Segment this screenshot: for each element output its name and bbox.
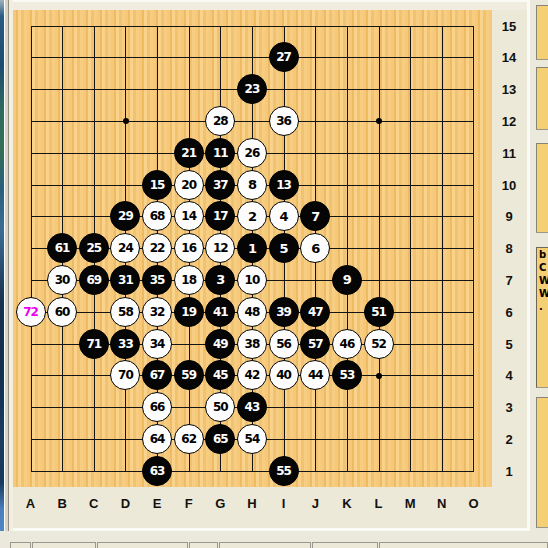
status-bar-cell-2 [32,542,96,548]
stone-18-f7: 18 [174,265,204,295]
stone-29-d9: 29 [110,201,140,231]
stone-36-i12: 36 [269,106,299,136]
stone-27-i14: 27 [269,42,299,72]
grid-horizontal-line [31,57,475,58]
stone-13-i10: 13 [269,170,299,200]
stone-7-j9: 7 [300,201,330,231]
stone-70-d4: 70 [110,360,140,390]
column-label-g: G [215,496,225,511]
sidebar-panel-fragment-2[interactable] [536,67,548,130]
stone-53-k4: 53 [332,360,362,390]
status-bar-cell-7 [379,542,548,548]
row-label-11: 11 [502,145,516,160]
sidebar-text-line: W [537,274,548,287]
stone-63-e1: 63 [142,456,172,486]
stone-14-f9: 14 [174,201,204,231]
stone-8-h10: 8 [237,170,267,200]
column-label-n: N [437,496,446,511]
stone-66-e3: 66 [142,392,172,422]
column-label-k: K [342,496,351,511]
status-bar-cell-1 [10,542,31,548]
stone-10-h7: 10 [237,265,267,295]
stone-41-g6: 41 [205,297,235,327]
stone-25-c8: 25 [79,233,109,263]
column-label-i: I [282,496,286,511]
status-bar [0,531,548,548]
stone-49-g5: 49 [205,329,235,359]
row-label-9: 9 [505,209,512,224]
grid-horizontal-line [31,26,475,27]
stone-30-b7: 30 [47,265,77,295]
column-label-d: D [121,496,130,511]
column-label-c: C [89,496,98,511]
stone-6-j8: 6 [300,233,330,263]
stone-62-f2: 62 [174,424,204,454]
stone-42-h4: 42 [237,360,267,390]
column-label-m: M [405,496,416,511]
stone-54-h2: 54 [237,424,267,454]
stone-47-j6: 47 [300,297,330,327]
stone-17-g9: 17 [205,201,235,231]
stone-46-k5: 46 [332,329,362,359]
stone-38-h5: 38 [237,329,267,359]
stone-26-h11: 26 [237,138,267,168]
column-label-a: A [26,496,35,511]
row-label-2: 2 [505,431,512,446]
stone-9-k7: 9 [332,265,362,295]
stone-67-e4: 67 [142,360,172,390]
sidebar-panel-fragment-4[interactable] [536,397,548,528]
stone-57-j5: 57 [300,329,330,359]
stone-12-g8: 12 [205,233,235,263]
stone-44-j4: 44 [300,360,330,390]
column-label-f: F [185,496,193,511]
stone-40-i4: 40 [269,360,299,390]
panel-highlight-right [527,0,530,531]
stone-72-a6: 72 [16,297,46,327]
stone-52-l5: 52 [364,329,394,359]
row-label-12: 12 [502,113,516,128]
stone-23-h13: 23 [237,74,267,104]
stone-33-d5: 33 [110,329,140,359]
sidebar-text-line: . [537,300,548,313]
row-label-13: 13 [502,82,516,97]
column-label-h: H [247,496,256,511]
stone-2-h9: 2 [237,201,267,231]
row-label-4: 4 [505,368,512,383]
hoshi-point [376,118,382,124]
board-panel: 1234567891011121314151617181920212223242… [13,0,530,531]
sidebar-text-line: C [537,261,548,274]
grid-horizontal-line [31,471,475,472]
board-margin-top [13,0,530,10]
sidebar-text-line: W [537,287,548,300]
stone-61-b8: 61 [47,233,77,263]
stone-22-e8: 22 [142,233,172,263]
sidebar-panel-fragment-3[interactable] [536,143,548,233]
stone-11-g11: 11 [205,138,235,168]
status-bar-cell-6 [312,542,378,548]
row-label-3: 3 [505,400,512,415]
sidebar-text-line: b [537,248,548,261]
stone-16-f8: 16 [174,233,204,263]
stone-50-g3: 50 [205,392,235,422]
stone-59-f4: 59 [174,360,204,390]
stone-15-e10: 15 [142,170,172,200]
row-label-6: 6 [505,304,512,319]
stone-31-d7: 31 [110,265,140,295]
column-label-j: J [312,496,319,511]
stone-28-g12: 28 [205,106,235,136]
status-bar-cell-4 [189,542,218,548]
stone-58-d6: 58 [110,297,140,327]
stone-55-i1: 55 [269,456,299,486]
stone-19-f6: 19 [174,297,204,327]
screenshot-root: 1234567891011121314151617181920212223242… [0,0,548,548]
stone-71-c5: 71 [79,329,109,359]
sidebar-panel-fragment-1[interactable] [536,5,548,60]
stone-32-e6: 32 [142,297,172,327]
row-label-1: 1 [505,463,512,478]
stone-39-i6: 39 [269,297,299,327]
stone-56-i5: 56 [269,329,299,359]
column-label-l: L [375,496,383,511]
column-label-o: O [468,496,478,511]
status-bar-cell-3 [97,542,188,548]
column-label-e: E [153,496,162,511]
stone-60-b6: 60 [47,297,77,327]
stone-64-e2: 64 [142,424,172,454]
goban[interactable]: 1234567891011121314151617181920212223242… [13,10,492,487]
row-label-8: 8 [505,241,512,256]
stone-5-i8: 5 [269,233,299,263]
stone-69-c7: 69 [79,265,109,295]
stone-45-g4: 45 [205,360,235,390]
stone-43-h3: 43 [237,392,267,422]
stone-24-d8: 24 [110,233,140,263]
stone-34-e5: 34 [142,329,172,359]
window-left-border [4,0,13,548]
stone-35-e7: 35 [142,265,172,295]
row-label-14: 14 [502,50,516,65]
status-bar-cell-5 [219,542,311,548]
stone-51-l6: 51 [364,297,394,327]
row-label-7: 7 [505,272,512,287]
grid-horizontal-line [31,121,475,122]
row-label-10: 10 [502,177,516,192]
hoshi-point [123,118,129,124]
column-label-b: B [57,496,66,511]
row-label-5: 5 [505,336,512,351]
hoshi-point [376,373,382,379]
stone-21-f11: 21 [174,138,204,168]
stone-65-g2: 65 [205,424,235,454]
stone-4-i9: 4 [269,201,299,231]
stone-48-h6: 48 [237,297,267,327]
stone-1-h8: 1 [237,233,267,263]
sidebar-textbox-fragment: bCWW. [536,247,548,388]
stone-3-g7: 3 [205,265,235,295]
stone-68-e9: 68 [142,201,172,231]
stone-20-f10: 20 [174,170,204,200]
stone-37-g10: 37 [205,170,235,200]
row-label-15: 15 [502,18,516,33]
